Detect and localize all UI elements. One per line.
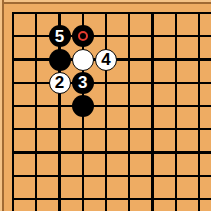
go-board-diagram: 5423 <box>0 0 211 211</box>
stone-black-move-5: 5 <box>49 25 71 47</box>
stone-black-circled <box>72 25 94 47</box>
stone-black <box>72 95 94 117</box>
stones-layer: 5423 <box>0 0 211 211</box>
move-number-label: 4 <box>101 51 110 68</box>
stone-black <box>49 49 71 71</box>
move-number-label: 2 <box>55 74 64 91</box>
move-number-label: 3 <box>78 74 87 91</box>
red-circle-marker-icon <box>78 31 88 41</box>
stone-black-move-3: 3 <box>72 72 94 94</box>
stone-white-move-2: 2 <box>49 72 71 94</box>
stone-white <box>72 49 94 71</box>
stone-white-move-4: 4 <box>95 49 117 71</box>
move-number-label: 5 <box>55 27 64 44</box>
